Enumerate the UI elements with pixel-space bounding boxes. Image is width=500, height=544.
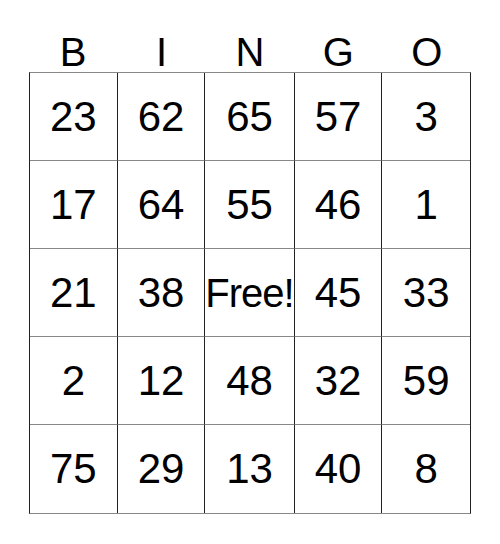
bingo-cell[interactable]: 59 [382, 337, 470, 425]
bingo-cell[interactable]: 38 [118, 249, 206, 337]
column-letter-g: G [294, 0, 382, 72]
bingo-cell[interactable]: 46 [295, 161, 383, 249]
bingo-cell[interactable]: 21 [30, 249, 118, 337]
free-cell[interactable]: Free! [205, 249, 294, 337]
bingo-cell[interactable]: 1 [382, 161, 470, 249]
bingo-cell[interactable]: 13 [205, 425, 294, 513]
bingo-cell[interactable]: 40 [295, 425, 383, 513]
column-letter-o: O [383, 0, 471, 72]
bingo-cell[interactable]: 23 [30, 73, 118, 161]
bingo-grid: 23 62 65 57 3 17 64 55 46 1 21 38 Free! … [29, 72, 471, 514]
bingo-cell[interactable]: 32 [295, 337, 383, 425]
column-letter-b: B [29, 0, 117, 72]
bingo-header-row: B I N G O [29, 0, 471, 72]
bingo-cell[interactable]: 48 [205, 337, 294, 425]
bingo-cell[interactable]: 29 [118, 425, 206, 513]
bingo-cell[interactable]: 17 [30, 161, 118, 249]
bingo-cell[interactable]: 45 [295, 249, 383, 337]
column-letter-i: I [117, 0, 205, 72]
bingo-cell[interactable]: 75 [30, 425, 118, 513]
bingo-cell[interactable]: 2 [30, 337, 118, 425]
bingo-cell[interactable]: 8 [382, 425, 470, 513]
bingo-cell[interactable]: 62 [118, 73, 206, 161]
bingo-cell[interactable]: 57 [295, 73, 383, 161]
bingo-card: B I N G O 23 62 65 57 3 17 64 55 46 1 21… [0, 0, 500, 544]
bingo-cell[interactable]: 65 [205, 73, 294, 161]
bingo-cell[interactable]: 33 [382, 249, 470, 337]
column-letter-n: N [206, 0, 294, 72]
bingo-cell[interactable]: 64 [118, 161, 206, 249]
bingo-cell[interactable]: 55 [205, 161, 294, 249]
bingo-cell[interactable]: 12 [118, 337, 206, 425]
bingo-cell[interactable]: 3 [382, 73, 470, 161]
